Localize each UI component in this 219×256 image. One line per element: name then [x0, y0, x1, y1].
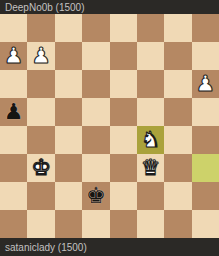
square-h1[interactable]	[192, 210, 219, 238]
square-g7[interactable]	[164, 42, 191, 70]
square-c7[interactable]	[55, 42, 82, 70]
square-h8[interactable]	[192, 14, 219, 42]
square-b5[interactable]	[27, 98, 54, 126]
square-h4[interactable]	[192, 126, 219, 154]
black-king[interactable]: ♚	[86, 185, 106, 207]
square-c5[interactable]	[55, 98, 82, 126]
square-e5[interactable]	[110, 98, 137, 126]
square-d5[interactable]	[82, 98, 109, 126]
square-a8[interactable]	[0, 14, 27, 42]
square-a1[interactable]	[0, 210, 27, 238]
white-king[interactable]: ♚	[31, 157, 51, 179]
square-a3[interactable]	[0, 154, 27, 182]
square-d2[interactable]: ♚	[82, 182, 109, 210]
square-a6[interactable]	[0, 70, 27, 98]
white-pawn[interactable]: ♟	[195, 73, 215, 95]
square-e1[interactable]	[110, 210, 137, 238]
top-player-name-rating: DeepNo0b (1500)	[5, 2, 85, 13]
black-pawn[interactable]: ♟	[4, 101, 24, 123]
square-b4[interactable]	[27, 126, 54, 154]
square-e7[interactable]	[110, 42, 137, 70]
white-queen[interactable]: ♛	[141, 157, 161, 179]
square-e2[interactable]	[110, 182, 137, 210]
square-d4[interactable]	[82, 126, 109, 154]
square-g5[interactable]	[164, 98, 191, 126]
square-h6[interactable]: ♟	[192, 70, 219, 98]
white-knight[interactable]: ♞	[141, 129, 161, 151]
square-c3[interactable]	[55, 154, 82, 182]
square-f2[interactable]	[137, 182, 164, 210]
square-a5[interactable]: ♟	[0, 98, 27, 126]
square-g2[interactable]	[164, 182, 191, 210]
square-e4[interactable]	[110, 126, 137, 154]
square-d8[interactable]	[82, 14, 109, 42]
square-b3[interactable]: ♚	[27, 154, 54, 182]
square-f4[interactable]: ♞	[137, 126, 164, 154]
square-b2[interactable]	[27, 182, 54, 210]
square-e3[interactable]	[110, 154, 137, 182]
square-d3[interactable]	[82, 154, 109, 182]
square-e6[interactable]	[110, 70, 137, 98]
square-g4[interactable]	[164, 126, 191, 154]
square-c4[interactable]	[55, 126, 82, 154]
square-g6[interactable]	[164, 70, 191, 98]
square-h5[interactable]	[192, 98, 219, 126]
square-a2[interactable]	[0, 182, 27, 210]
square-g8[interactable]	[164, 14, 191, 42]
square-b6[interactable]	[27, 70, 54, 98]
square-f6[interactable]	[137, 70, 164, 98]
bottom-player-name-rating: sataniclady (1500)	[5, 242, 87, 253]
white-pawn[interactable]: ♟	[31, 45, 51, 67]
square-g1[interactable]	[164, 210, 191, 238]
square-f8[interactable]	[137, 14, 164, 42]
square-a7[interactable]: ♟	[0, 42, 27, 70]
square-a4[interactable]	[0, 126, 27, 154]
square-h3[interactable]	[192, 154, 219, 182]
square-c8[interactable]	[55, 14, 82, 42]
square-b7[interactable]: ♟	[27, 42, 54, 70]
square-e8[interactable]	[110, 14, 137, 42]
square-f7[interactable]	[137, 42, 164, 70]
square-h2[interactable]	[192, 182, 219, 210]
bottom-player-bar: sataniclady (1500)	[0, 238, 219, 256]
chess-game-screen: DeepNo0b (1500) ♟♟♟♟♞♚♛♚ sataniclady (15…	[0, 0, 219, 256]
square-b1[interactable]	[27, 210, 54, 238]
square-c6[interactable]	[55, 70, 82, 98]
square-d7[interactable]	[82, 42, 109, 70]
square-g3[interactable]	[164, 154, 191, 182]
top-player-bar: DeepNo0b (1500)	[0, 0, 219, 14]
square-f3[interactable]: ♛	[137, 154, 164, 182]
square-d6[interactable]	[82, 70, 109, 98]
square-d1[interactable]	[82, 210, 109, 238]
square-b8[interactable]	[27, 14, 54, 42]
chess-board[interactable]: ♟♟♟♟♞♚♛♚	[0, 14, 219, 238]
square-f5[interactable]	[137, 98, 164, 126]
square-h7[interactable]	[192, 42, 219, 70]
square-c1[interactable]	[55, 210, 82, 238]
square-f1[interactable]	[137, 210, 164, 238]
white-pawn[interactable]: ♟	[4, 45, 24, 67]
square-c2[interactable]	[55, 182, 82, 210]
